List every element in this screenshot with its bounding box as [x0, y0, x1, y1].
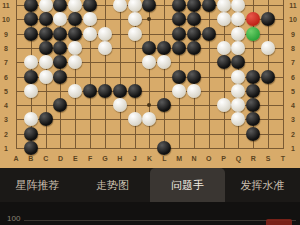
coord-number-left: 4: [4, 102, 8, 109]
y-axis-tick-100: 100: [7, 214, 20, 223]
stone: [53, 41, 67, 55]
stone: [113, 98, 127, 112]
coord-number-left: 7: [4, 59, 8, 66]
stone: [217, 0, 231, 12]
stone: [261, 70, 275, 84]
stone: [231, 84, 245, 98]
stone: [53, 12, 67, 26]
stone: [24, 141, 38, 155]
stone: [39, 27, 53, 41]
stone: [128, 84, 142, 98]
stone: [83, 84, 97, 98]
stone: [142, 55, 156, 69]
stone: [187, 27, 201, 41]
coord-number-right: 2: [291, 130, 295, 137]
chart-area: 100: [0, 202, 300, 225]
stone: [172, 70, 186, 84]
stone: [24, 0, 38, 12]
coord-number-left: 3: [4, 116, 8, 123]
stone: [68, 0, 82, 12]
stone: [113, 0, 127, 12]
stone: [83, 12, 97, 26]
stone: [113, 84, 127, 98]
grid-hline: [16, 148, 284, 149]
grid-vline: [164, 0, 165, 149]
red-marked-stone: [246, 12, 260, 26]
coord-number-right: 1: [291, 145, 295, 152]
stone: [24, 55, 38, 69]
tab-performance-level[interactable]: 发挥水准: [225, 168, 300, 202]
stone: [231, 112, 245, 126]
stone: [217, 12, 231, 26]
coord-letter: D: [58, 155, 63, 162]
stone: [83, 27, 97, 41]
coord-letter: A: [13, 155, 18, 162]
stone: [142, 112, 156, 126]
stone: [98, 84, 112, 98]
stone: [98, 41, 112, 55]
stone: [53, 70, 67, 84]
coord-letter: E: [73, 155, 78, 162]
stone: [128, 112, 142, 126]
stone: [83, 0, 97, 12]
stone: [217, 41, 231, 55]
stone: [53, 98, 67, 112]
stone: [98, 27, 112, 41]
stone: [24, 12, 38, 26]
coord-letter: M: [176, 155, 182, 162]
grid-vline: [283, 0, 284, 149]
stone: [24, 112, 38, 126]
stone: [231, 70, 245, 84]
stone: [217, 55, 231, 69]
stone: [172, 84, 186, 98]
stone: [172, 0, 186, 12]
stone: [128, 0, 142, 12]
tab-trend-graph[interactable]: 走势图: [75, 168, 150, 202]
stone: [53, 27, 67, 41]
stone: [172, 41, 186, 55]
coord-number-right: 4: [291, 102, 295, 109]
stone: [202, 0, 216, 12]
stone: [187, 41, 201, 55]
stone: [39, 0, 53, 12]
go-board[interactable]: ABCDEFGHJKLMNOPQRST111110109988776655443…: [0, 0, 300, 168]
stone: [24, 70, 38, 84]
tab-bar: 星阵推荐 走势图 问题手 发挥水准: [0, 168, 300, 202]
stone: [231, 41, 245, 55]
stone: [24, 27, 38, 41]
stone: [231, 12, 245, 26]
stone: [142, 0, 156, 12]
grid-vline: [16, 0, 17, 149]
hoshi-point: [147, 103, 151, 107]
stone: [39, 12, 53, 26]
grid-vline: [149, 0, 150, 149]
red-annotation: [266, 219, 292, 225]
coord-letter: G: [102, 155, 107, 162]
stone: [187, 84, 201, 98]
coord-letter: P: [221, 155, 226, 162]
coord-number-left: 6: [4, 73, 8, 80]
stone: [53, 0, 67, 12]
coord-letter: K: [147, 155, 152, 162]
stone: [172, 27, 186, 41]
grid-vline: [120, 0, 121, 149]
coord-number-right: 6: [291, 73, 295, 80]
tab-problem-moves[interactable]: 问题手: [150, 168, 225, 202]
coord-number-right: 10: [289, 16, 297, 23]
coord-number-left: 2: [4, 130, 8, 137]
coord-letter: Q: [236, 155, 241, 162]
stone: [246, 112, 260, 126]
coord-letter: N: [191, 155, 196, 162]
stone: [68, 41, 82, 55]
stone: [246, 98, 260, 112]
stone: [157, 141, 171, 155]
stone: [172, 12, 186, 26]
stone: [68, 84, 82, 98]
stone: [157, 41, 171, 55]
stone: [68, 12, 82, 26]
stone: [24, 127, 38, 141]
stone: [261, 41, 275, 55]
coord-letter: L: [162, 155, 166, 162]
coord-number-right: 11: [289, 2, 296, 9]
stone: [142, 41, 156, 55]
coord-number-left: 10: [2, 16, 10, 23]
stone: [246, 127, 260, 141]
coord-letter: C: [43, 155, 48, 162]
stone: [246, 84, 260, 98]
coord-number-right: 5: [291, 87, 295, 94]
coord-letter: F: [88, 155, 92, 162]
coord-letter: R: [251, 155, 256, 162]
coord-letter: H: [117, 155, 122, 162]
stone: [68, 27, 82, 41]
coord-letter: O: [206, 155, 211, 162]
stone: [231, 98, 245, 112]
stone: [231, 55, 245, 69]
stone: [68, 55, 82, 69]
coord-number-left: 5: [4, 87, 8, 94]
coord-number-left: 1: [4, 145, 8, 152]
stone: [187, 70, 201, 84]
stone: [39, 55, 53, 69]
coord-letter: J: [133, 155, 137, 162]
coord-number-right: 3: [291, 116, 295, 123]
go-review-screen: ABCDEFGHJKLMNOPQRST111110109988776655443…: [0, 0, 300, 225]
stone: [128, 12, 142, 26]
grid-vline: [105, 0, 106, 149]
coord-letter: B: [28, 155, 33, 162]
green-suggested-stone: [246, 27, 260, 41]
stone: [217, 98, 231, 112]
coord-number-left: 11: [2, 2, 9, 9]
coord-number-right: 9: [291, 30, 295, 37]
tab-star-recommend[interactable]: 星阵推荐: [0, 168, 75, 202]
stone: [246, 70, 260, 84]
stone: [187, 0, 201, 12]
coord-letter: T: [281, 155, 285, 162]
stone: [128, 27, 142, 41]
stone: [261, 12, 275, 26]
coord-number-left: 8: [4, 44, 8, 51]
stone: [39, 41, 53, 55]
coord-number-right: 8: [291, 44, 295, 51]
coord-number-left: 9: [4, 30, 8, 37]
coord-letter: S: [266, 155, 271, 162]
chart-gridline: [24, 220, 296, 221]
stone: [187, 12, 201, 26]
hoshi-point: [147, 17, 151, 21]
coord-number-right: 7: [291, 59, 295, 66]
stone: [202, 27, 216, 41]
stone: [53, 55, 67, 69]
stone: [231, 0, 245, 12]
stone: [157, 98, 171, 112]
stone: [231, 27, 245, 41]
grid-hline: [16, 134, 284, 135]
stone: [39, 112, 53, 126]
stone: [157, 55, 171, 69]
stone: [39, 70, 53, 84]
stone: [24, 84, 38, 98]
grid-vline: [209, 0, 210, 149]
